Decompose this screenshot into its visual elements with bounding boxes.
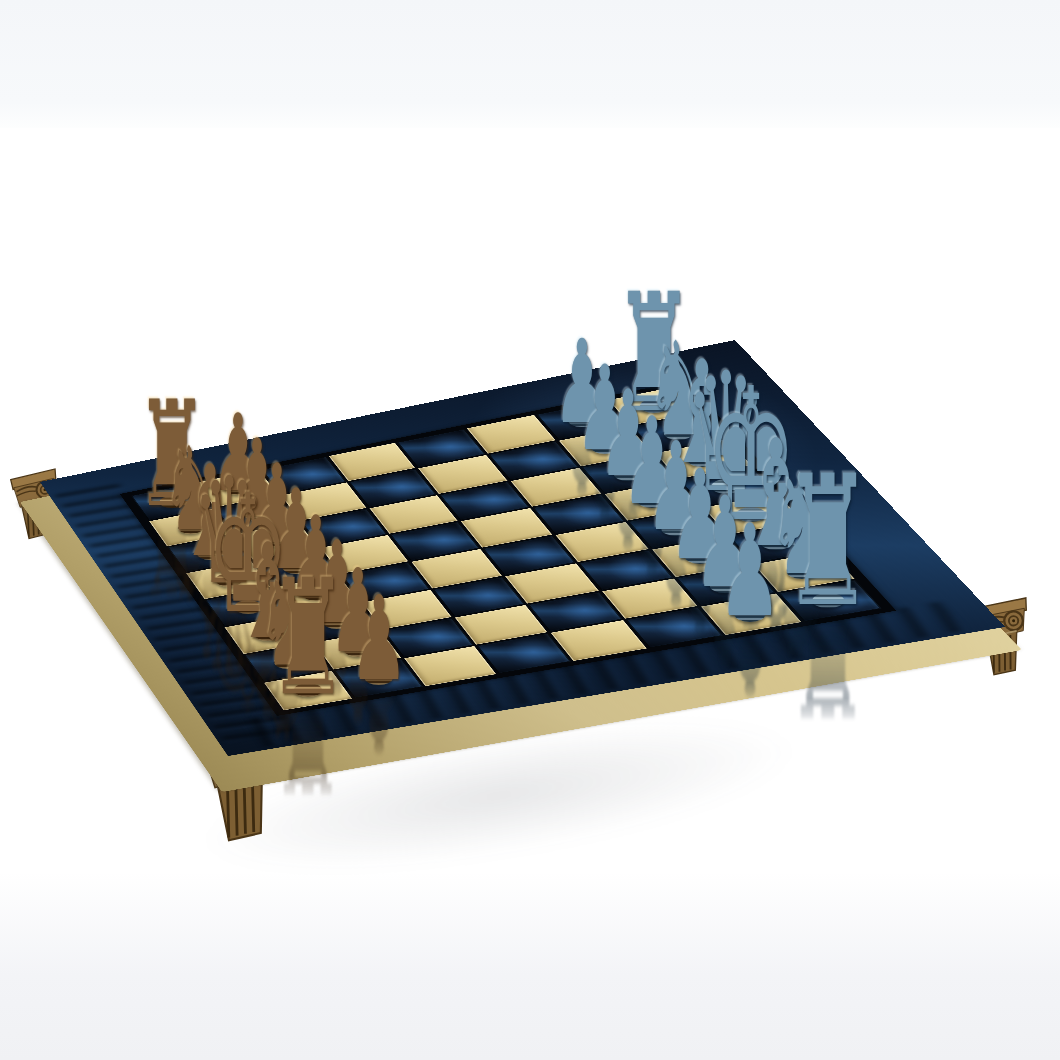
piece-glyph: ♟: [349, 581, 408, 698]
piece-glyph: ♜: [783, 452, 873, 632]
piece-glyph: ♟: [718, 508, 782, 635]
product-photo-background: ♜♜♞♞♝♝♛♛♚♚♝♝♞♞♜♜♟♟♟♟♟♟♟♟♟♟♟♟♟♟♟♟♟♟♟♟♟♟♟♟…: [0, 0, 1060, 1060]
piece-glyph: ♜: [268, 559, 348, 719]
